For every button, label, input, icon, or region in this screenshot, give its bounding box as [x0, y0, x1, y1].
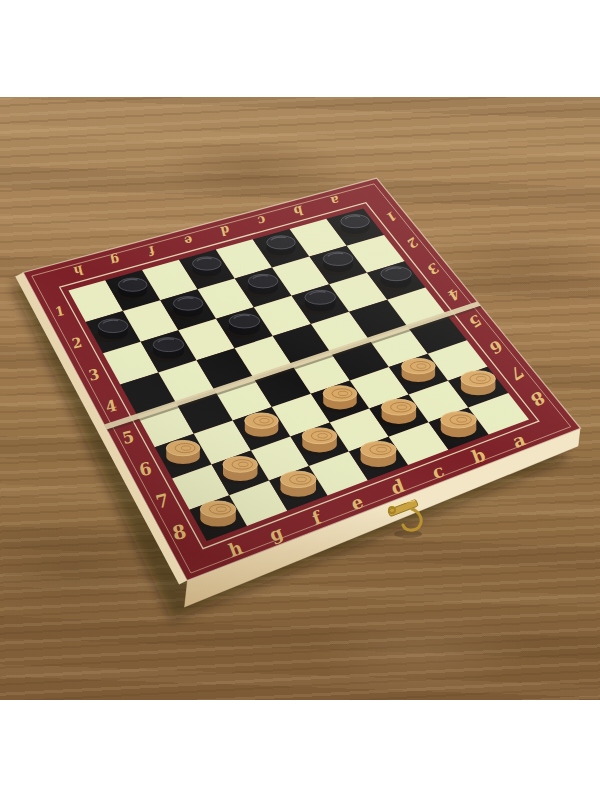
piece-dark-h2[interactable]	[95, 319, 128, 342]
piece-light-g7[interactable]	[220, 457, 258, 484]
piece-light-a7[interactable]	[458, 371, 496, 398]
piece-dark-d2[interactable]	[245, 274, 278, 297]
product-photo: hhggffeeddccbbaa1122334455667788	[0, 0, 600, 800]
piece-dark-e3[interactable]	[226, 314, 260, 338]
piece-dark-c1[interactable]	[264, 236, 296, 258]
piece-dark-a3[interactable]	[378, 267, 412, 291]
piece-light-b6[interactable]	[398, 358, 435, 385]
piece-dark-b2[interactable]	[320, 252, 353, 275]
piece-dark-e1[interactable]	[189, 257, 221, 279]
piece-light-b8[interactable]	[437, 412, 476, 440]
piece-dark-g3[interactable]	[150, 338, 184, 362]
piece-light-h8[interactable]	[197, 501, 236, 529]
piece-dark-c3[interactable]	[302, 290, 336, 314]
piece-light-c7[interactable]	[378, 399, 416, 426]
piece-light-d6[interactable]	[320, 386, 357, 413]
piece-dark-g1[interactable]	[115, 278, 147, 300]
piece-dark-f2[interactable]	[170, 297, 203, 320]
piece-dark-a1[interactable]	[338, 215, 370, 237]
piece-light-h6[interactable]	[163, 440, 200, 467]
checkers-board: hhggffeeddccbbaa1122334455667788	[0, 0, 600, 800]
piece-light-f6[interactable]	[241, 413, 278, 440]
piece-light-f8[interactable]	[277, 471, 316, 499]
piece-light-d8[interactable]	[357, 441, 396, 469]
piece-light-e7[interactable]	[299, 428, 337, 455]
